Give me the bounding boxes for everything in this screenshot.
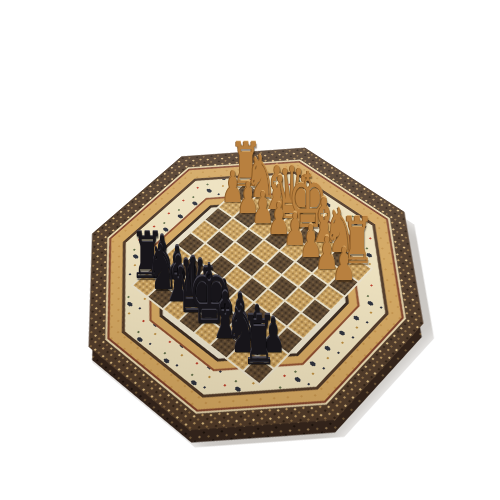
board-top-face (23, 106, 480, 495)
product-photo-scene: ♜♞♝♛♚♝♞♜♟♟♟♟♟♟♟♟♟♟♟♟♟♟♟♟♜♞♝♛♚♝♞♜ (0, 0, 500, 500)
chess-board (23, 106, 480, 495)
